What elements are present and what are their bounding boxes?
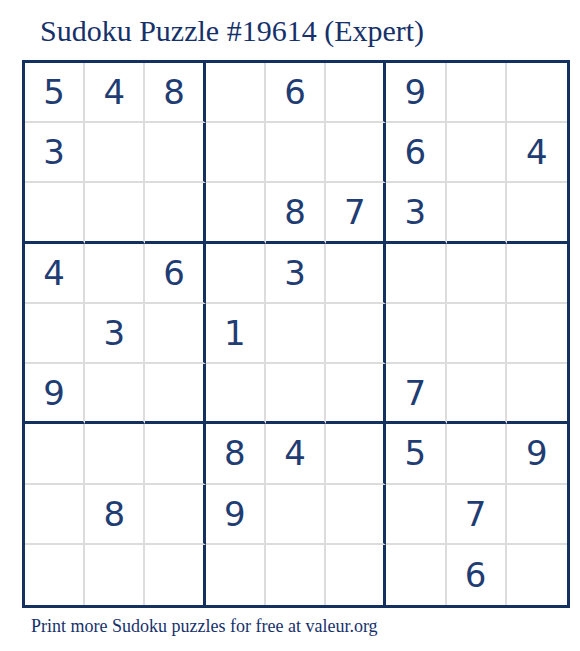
- sudoku-cell: [447, 304, 507, 364]
- sudoku-cell: 4: [507, 123, 567, 183]
- sudoku-cell: [266, 123, 326, 183]
- sudoku-cell: [507, 63, 567, 123]
- sudoku-cell: [447, 123, 507, 183]
- sudoku-cell: [507, 364, 567, 424]
- sudoku-cell: [326, 63, 386, 123]
- sudoku-cell: [206, 244, 266, 304]
- sudoku-cell: [386, 485, 446, 545]
- sudoku-cell: [85, 424, 145, 484]
- sudoku-cell: 7: [386, 364, 446, 424]
- sudoku-cell: [266, 485, 326, 545]
- sudoku-cell: 9: [206, 485, 266, 545]
- sudoku-cell: 8: [266, 183, 326, 243]
- sudoku-cell: [85, 364, 145, 424]
- sudoku-cell: [507, 183, 567, 243]
- sudoku-cell: [447, 183, 507, 243]
- sudoku-cell: [326, 123, 386, 183]
- sudoku-cell: [326, 424, 386, 484]
- sudoku-cell: [507, 244, 567, 304]
- sudoku-cell: [386, 244, 446, 304]
- sudoku-cell: [326, 485, 386, 545]
- sudoku-cell: [447, 244, 507, 304]
- sudoku-grid: 54869364873463319784598976: [22, 60, 570, 608]
- sudoku-cell: [145, 424, 205, 484]
- sudoku-cell: [85, 183, 145, 243]
- sudoku-cell: 8: [85, 485, 145, 545]
- sudoku-cell: [25, 183, 85, 243]
- sudoku-cell: [507, 304, 567, 364]
- sudoku-cell: 6: [266, 63, 326, 123]
- sudoku-cell: [25, 485, 85, 545]
- sudoku-cell: [25, 304, 85, 364]
- sudoku-cell: 6: [386, 123, 446, 183]
- sudoku-cell: 6: [447, 545, 507, 605]
- sudoku-cell: [25, 545, 85, 605]
- sudoku-cell: 5: [386, 424, 446, 484]
- sudoku-cell: [85, 123, 145, 183]
- sudoku-cell: 9: [25, 364, 85, 424]
- sudoku-cell: [266, 304, 326, 364]
- sudoku-cell: 3: [266, 244, 326, 304]
- sudoku-cell: 1: [206, 304, 266, 364]
- sudoku-cell: 3: [85, 304, 145, 364]
- sudoku-cell: 6: [145, 244, 205, 304]
- sudoku-cell: [25, 424, 85, 484]
- sudoku-cell: [507, 545, 567, 605]
- sudoku-cell: [266, 364, 326, 424]
- sudoku-cell: 9: [507, 424, 567, 484]
- sudoku-cell: 7: [326, 183, 386, 243]
- sudoku-cell: [326, 304, 386, 364]
- sudoku-cell: 7: [447, 485, 507, 545]
- sudoku-cell: 5: [25, 63, 85, 123]
- sudoku-cell: [145, 485, 205, 545]
- sudoku-cell: [206, 63, 266, 123]
- sudoku-cell: [206, 364, 266, 424]
- sudoku-cell: 9: [386, 63, 446, 123]
- sudoku-cell: [447, 424, 507, 484]
- sudoku-cell: [447, 63, 507, 123]
- sudoku-cell: 8: [145, 63, 205, 123]
- sudoku-cell: 4: [25, 244, 85, 304]
- sudoku-cell: 4: [266, 424, 326, 484]
- sudoku-cell: 4: [85, 63, 145, 123]
- sudoku-cell: [206, 183, 266, 243]
- sudoku-cell: [386, 545, 446, 605]
- sudoku-cell: [85, 244, 145, 304]
- sudoku-cell: 3: [386, 183, 446, 243]
- sudoku-cell: [507, 485, 567, 545]
- sudoku-cell: [447, 364, 507, 424]
- sudoku-cell: [386, 304, 446, 364]
- sudoku-cell: [85, 545, 145, 605]
- sudoku-cell: [326, 545, 386, 605]
- sudoku-cell: [266, 545, 326, 605]
- sudoku-cell: 8: [206, 424, 266, 484]
- sudoku-cell: [145, 304, 205, 364]
- sudoku-cell: [145, 123, 205, 183]
- sudoku-cell: [326, 244, 386, 304]
- footer-note: Print more Sudoku puzzles for free at va…: [31, 616, 378, 637]
- sudoku-cell: [206, 123, 266, 183]
- sudoku-cell: 3: [25, 123, 85, 183]
- sudoku-cell: [145, 183, 205, 243]
- sudoku-cell: [326, 364, 386, 424]
- sudoku-cell: [206, 545, 266, 605]
- sudoku-cell: [145, 545, 205, 605]
- page-title: Sudoku Puzzle #19614 (Expert): [40, 14, 424, 48]
- sudoku-cell: [145, 364, 205, 424]
